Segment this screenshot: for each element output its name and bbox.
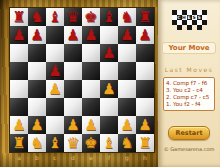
- chess-logo: CHESS: [172, 10, 207, 30]
- credit-text: © Gamesarena.com: [164, 146, 215, 152]
- file-label-f: f: [100, 153, 118, 163]
- square-d4[interactable]: [64, 80, 82, 98]
- file-labels: abcdefgh: [10, 152, 154, 164]
- square-a1[interactable]: ♜: [10, 134, 28, 152]
- square-f4[interactable]: ♟: [100, 80, 118, 98]
- red-pawn[interactable]: ♟: [120, 26, 133, 44]
- last-moves-header: Last Moves: [165, 66, 214, 73]
- square-f8[interactable]: ♝: [100, 8, 118, 26]
- square-f2[interactable]: [100, 116, 118, 134]
- square-f3[interactable]: [100, 98, 118, 116]
- square-d8[interactable]: ♛: [64, 8, 82, 26]
- square-h4[interactable]: [136, 80, 154, 98]
- square-c5[interactable]: ♟: [46, 62, 64, 80]
- gold-queen[interactable]: ♛: [66, 134, 79, 152]
- gold-rook[interactable]: ♜: [138, 134, 151, 152]
- move-list: 4. Comp f7 - f63. You c2 - c42. Comp c7 …: [163, 77, 215, 111]
- red-bishop[interactable]: ♝: [48, 8, 61, 26]
- square-e8[interactable]: ♚: [82, 8, 100, 26]
- square-e7[interactable]: ♟: [82, 26, 100, 44]
- square-h3[interactable]: [136, 98, 154, 116]
- square-g2[interactable]: ♟: [118, 116, 136, 134]
- file-label-e: e: [82, 153, 100, 163]
- square-e2[interactable]: ♟: [82, 116, 100, 134]
- square-h5[interactable]: [136, 62, 154, 80]
- square-h8[interactable]: ♜: [136, 8, 154, 26]
- red-pawn[interactable]: ♟: [84, 26, 97, 44]
- square-b7[interactable]: ♟: [28, 26, 46, 44]
- square-a7[interactable]: ♟: [10, 26, 28, 44]
- gold-rook[interactable]: ♜: [12, 134, 25, 152]
- red-rook[interactable]: ♜: [12, 8, 25, 26]
- gold-knight[interactable]: ♞: [30, 134, 43, 152]
- red-pawn[interactable]: ♟: [12, 26, 25, 44]
- square-a8[interactable]: ♜: [10, 8, 28, 26]
- square-a4[interactable]: [10, 80, 28, 98]
- square-e6[interactable]: [82, 44, 100, 62]
- side-panel: CHESS Your Move Last Moves 4. Comp f7 - …: [158, 0, 220, 167]
- square-h1[interactable]: ♜: [136, 134, 154, 152]
- square-a6[interactable]: [10, 44, 28, 62]
- gold-pawn[interactable]: ♟: [48, 80, 61, 98]
- square-c2[interactable]: [46, 116, 64, 134]
- square-g1[interactable]: ♞: [118, 134, 136, 152]
- red-knight[interactable]: ♞: [30, 8, 43, 26]
- red-pawn[interactable]: ♟: [48, 62, 61, 80]
- red-pawn[interactable]: ♟: [66, 26, 79, 44]
- square-g3[interactable]: [118, 98, 136, 116]
- file-label-b: b: [28, 153, 46, 163]
- square-h7[interactable]: ♟: [136, 26, 154, 44]
- square-g7[interactable]: ♟: [118, 26, 136, 44]
- gold-knight[interactable]: ♞: [120, 134, 133, 152]
- square-d3[interactable]: [64, 98, 82, 116]
- red-pawn[interactable]: ♟: [30, 26, 43, 44]
- square-d2[interactable]: ♟: [64, 116, 82, 134]
- red-bishop[interactable]: ♝: [102, 8, 115, 26]
- red-knight[interactable]: ♞: [120, 8, 133, 26]
- square-d7[interactable]: ♟: [64, 26, 82, 44]
- square-f5[interactable]: [100, 62, 118, 80]
- chess-board[interactable]: ♜♞♝♛♚♝♞♜♟♟♟♟♟♟♟♟♟♟♟♟♟♟♟♟♜♞♝♛♚♝♞♜: [10, 8, 154, 152]
- square-g5[interactable]: [118, 62, 136, 80]
- square-f1[interactable]: ♝: [100, 134, 118, 152]
- gold-bishop[interactable]: ♝: [48, 134, 61, 152]
- move-entry: 3. You c2 - c4: [166, 87, 212, 94]
- square-b6[interactable]: [28, 44, 46, 62]
- file-label-c: c: [46, 153, 64, 163]
- gold-bishop[interactable]: ♝: [102, 134, 115, 152]
- gold-pawn[interactable]: ♟: [30, 116, 43, 134]
- gold-pawn[interactable]: ♟: [66, 116, 79, 134]
- square-g4[interactable]: [118, 80, 136, 98]
- square-e1[interactable]: ♚: [82, 134, 100, 152]
- square-e5[interactable]: [82, 62, 100, 80]
- square-c6[interactable]: [46, 44, 64, 62]
- gold-pawn[interactable]: ♟: [12, 116, 25, 134]
- square-a5[interactable]: [10, 62, 28, 80]
- restart-button[interactable]: Restart: [168, 126, 210, 140]
- red-king[interactable]: ♚: [84, 8, 97, 26]
- square-f7[interactable]: [100, 26, 118, 44]
- square-b3[interactable]: [28, 98, 46, 116]
- square-e4[interactable]: [82, 80, 100, 98]
- square-c4[interactable]: ♟: [46, 80, 64, 98]
- square-b4[interactable]: [28, 80, 46, 98]
- gold-pawn[interactable]: ♟: [120, 116, 133, 134]
- red-pawn[interactable]: ♟: [138, 26, 151, 44]
- square-a2[interactable]: ♟: [10, 116, 28, 134]
- square-b1[interactable]: ♞: [28, 134, 46, 152]
- turn-status: Your Move: [162, 42, 215, 54]
- file-label-a: a: [10, 153, 28, 163]
- square-e3[interactable]: [82, 98, 100, 116]
- red-pawn[interactable]: ♟: [102, 44, 115, 62]
- wooden-board-frame: ♜♞♝♛♚♝♞♜♟♟♟♟♟♟♟♟♟♟♟♟♟♟♟♟♜♞♝♛♚♝♞♜ abcdefg…: [0, 0, 158, 167]
- square-f6[interactable]: ♟: [100, 44, 118, 62]
- move-entry: 4. Comp f7 - f6: [166, 80, 212, 87]
- square-d6[interactable]: [64, 44, 82, 62]
- square-b8[interactable]: ♞: [28, 8, 46, 26]
- red-queen[interactable]: ♛: [66, 8, 79, 26]
- square-g6[interactable]: [118, 44, 136, 62]
- square-h2[interactable]: ♟: [136, 116, 154, 134]
- file-label-d: d: [64, 153, 82, 163]
- square-a3[interactable]: [10, 98, 28, 116]
- gold-pawn[interactable]: ♟: [138, 116, 151, 134]
- square-c8[interactable]: ♝: [46, 8, 64, 26]
- square-h6[interactable]: [136, 44, 154, 62]
- square-b5[interactable]: [28, 62, 46, 80]
- file-label-g: g: [118, 153, 136, 163]
- gold-king[interactable]: ♚: [84, 134, 97, 152]
- logo-cell: [202, 25, 207, 30]
- square-c1[interactable]: ♝: [46, 134, 64, 152]
- square-d1[interactable]: ♛: [64, 134, 82, 152]
- square-c7[interactable]: [46, 26, 64, 44]
- square-b2[interactable]: ♟: [28, 116, 46, 134]
- file-label-h: h: [136, 153, 154, 163]
- gold-pawn[interactable]: ♟: [84, 116, 97, 134]
- chess-game-app: ♜♞♝♛♚♝♞♜♟♟♟♟♟♟♟♟♟♟♟♟♟♟♟♟♜♞♝♛♚♝♞♜ abcdefg…: [0, 0, 220, 167]
- red-rook[interactable]: ♜: [138, 8, 151, 26]
- move-entry: 1. You f2 - f4: [166, 101, 212, 108]
- square-c3[interactable]: [46, 98, 64, 116]
- square-g8[interactable]: ♞: [118, 8, 136, 26]
- square-d5[interactable]: [64, 62, 82, 80]
- move-entry: 2. Comp c7 - c5: [166, 94, 212, 101]
- gold-pawn[interactable]: ♟: [102, 80, 115, 98]
